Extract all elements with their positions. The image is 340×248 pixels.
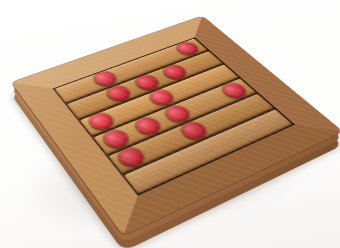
red-peg[interactable] — [174, 40, 201, 56]
red-peg[interactable] — [87, 111, 117, 132]
red-peg[interactable] — [161, 63, 190, 81]
red-peg[interactable] — [132, 115, 163, 136]
red-peg[interactable] — [162, 103, 193, 123]
red-peg[interactable] — [219, 81, 249, 100]
red-peg[interactable] — [178, 120, 210, 142]
red-peg[interactable] — [115, 145, 147, 169]
red-peg[interactable] — [147, 88, 177, 107]
red-peg[interactable] — [104, 84, 133, 103]
product-photo — [0, 0, 340, 248]
red-peg[interactable] — [100, 128, 131, 150]
red-peg[interactable] — [133, 73, 162, 91]
